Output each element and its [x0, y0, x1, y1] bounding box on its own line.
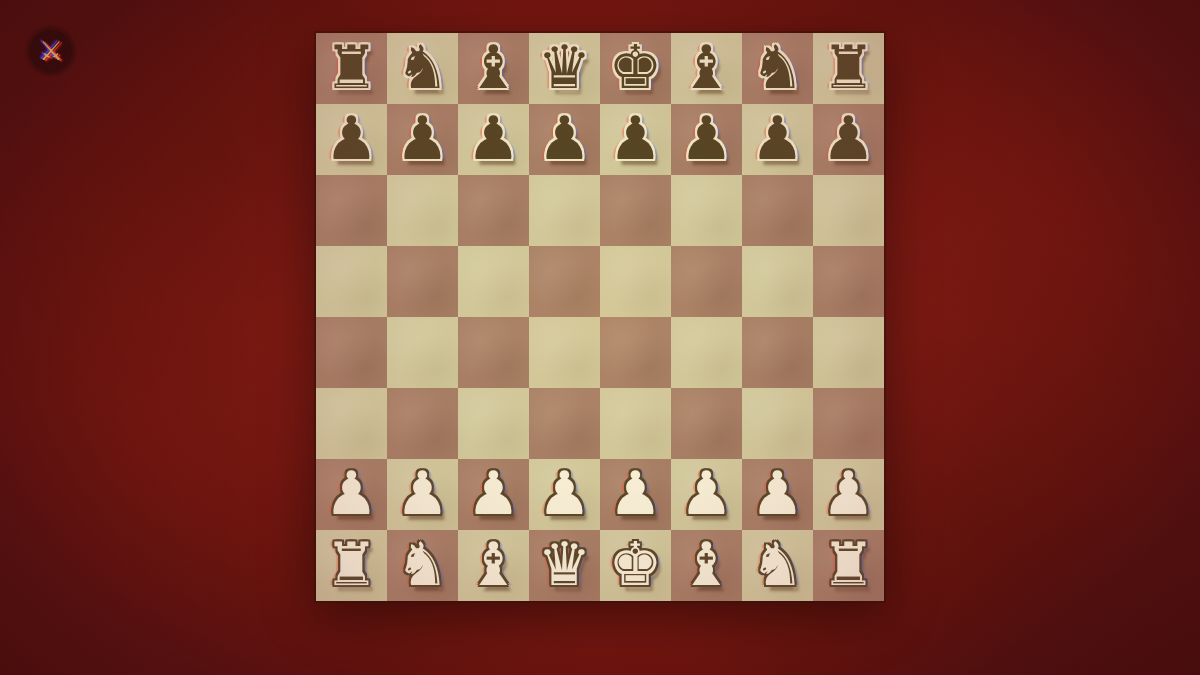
square-d2[interactable]: ♟ [529, 459, 600, 530]
square-c8[interactable]: ♝ [458, 33, 529, 104]
square-d1[interactable]: ♛ [529, 530, 600, 601]
piece-black-king[interactable]: ♚ [609, 37, 663, 97]
square-h7[interactable]: ♟ [813, 104, 884, 175]
square-b3[interactable] [387, 388, 458, 459]
chess-board: ♜♞♝♛♚♝♞♜♟♟♟♟♟♟♟♟♟♟♟♟♟♟♟♟♜♞♝♛♚♝♞♜ [316, 33, 884, 601]
square-g6[interactable] [742, 175, 813, 246]
square-f8[interactable]: ♝ [671, 33, 742, 104]
square-e4[interactable] [600, 317, 671, 388]
piece-white-king[interactable]: ♚ [609, 534, 663, 594]
piece-white-bishop[interactable]: ♝ [680, 534, 734, 594]
square-e7[interactable]: ♟ [600, 104, 671, 175]
piece-white-queen[interactable]: ♛ [538, 534, 592, 594]
square-b1[interactable]: ♞ [387, 530, 458, 601]
square-e1[interactable]: ♚ [600, 530, 671, 601]
square-f3[interactable] [671, 388, 742, 459]
crossed-swords-icon: ⚔ [39, 38, 63, 65]
piece-white-pawn[interactable]: ♟ [325, 463, 379, 523]
square-g7[interactable]: ♟ [742, 104, 813, 175]
square-a5[interactable] [316, 246, 387, 317]
piece-white-pawn[interactable]: ♟ [609, 463, 663, 523]
piece-black-knight[interactable]: ♞ [396, 37, 450, 97]
square-c2[interactable]: ♟ [458, 459, 529, 530]
square-g1[interactable]: ♞ [742, 530, 813, 601]
square-h6[interactable] [813, 175, 884, 246]
square-e5[interactable] [600, 246, 671, 317]
piece-white-bishop[interactable]: ♝ [467, 534, 521, 594]
square-e6[interactable] [600, 175, 671, 246]
square-f6[interactable] [671, 175, 742, 246]
square-c6[interactable] [458, 175, 529, 246]
piece-white-pawn[interactable]: ♟ [396, 463, 450, 523]
square-h2[interactable]: ♟ [813, 459, 884, 530]
square-d3[interactable] [529, 388, 600, 459]
square-f2[interactable]: ♟ [671, 459, 742, 530]
piece-black-pawn[interactable]: ♟ [538, 108, 592, 168]
piece-black-bishop[interactable]: ♝ [680, 37, 734, 97]
piece-white-rook[interactable]: ♜ [325, 534, 379, 594]
square-f7[interactable]: ♟ [671, 104, 742, 175]
square-a3[interactable] [316, 388, 387, 459]
square-g3[interactable] [742, 388, 813, 459]
piece-black-pawn[interactable]: ♟ [467, 108, 521, 168]
piece-black-rook[interactable]: ♜ [822, 37, 876, 97]
piece-black-pawn[interactable]: ♟ [751, 108, 805, 168]
square-d8[interactable]: ♛ [529, 33, 600, 104]
piece-white-knight[interactable]: ♞ [751, 534, 805, 594]
square-h3[interactable] [813, 388, 884, 459]
piece-black-pawn[interactable]: ♟ [609, 108, 663, 168]
square-h8[interactable]: ♜ [813, 33, 884, 104]
square-b5[interactable] [387, 246, 458, 317]
piece-white-pawn[interactable]: ♟ [822, 463, 876, 523]
square-b7[interactable]: ♟ [387, 104, 458, 175]
piece-white-pawn[interactable]: ♟ [680, 463, 734, 523]
square-h5[interactable] [813, 246, 884, 317]
square-g8[interactable]: ♞ [742, 33, 813, 104]
piece-black-knight[interactable]: ♞ [751, 37, 805, 97]
square-f4[interactable] [671, 317, 742, 388]
square-a7[interactable]: ♟ [316, 104, 387, 175]
square-e3[interactable] [600, 388, 671, 459]
square-f1[interactable]: ♝ [671, 530, 742, 601]
piece-black-bishop[interactable]: ♝ [467, 37, 521, 97]
crossed-swords-button[interactable]: ⚔ [24, 24, 78, 78]
piece-black-rook[interactable]: ♜ [325, 37, 379, 97]
square-e2[interactable]: ♟ [600, 459, 671, 530]
square-a8[interactable]: ♜ [316, 33, 387, 104]
piece-white-pawn[interactable]: ♟ [538, 463, 592, 523]
piece-white-pawn[interactable]: ♟ [467, 463, 521, 523]
square-a1[interactable]: ♜ [316, 530, 387, 601]
square-d4[interactable] [529, 317, 600, 388]
square-d6[interactable] [529, 175, 600, 246]
square-f5[interactable] [671, 246, 742, 317]
square-c5[interactable] [458, 246, 529, 317]
square-h1[interactable]: ♜ [813, 530, 884, 601]
square-c3[interactable] [458, 388, 529, 459]
square-c4[interactable] [458, 317, 529, 388]
square-h4[interactable] [813, 317, 884, 388]
piece-black-pawn[interactable]: ♟ [680, 108, 734, 168]
game-scene: ⚔ ♜♞♝♛♚♝♞♜♟♟♟♟♟♟♟♟♟♟♟♟♟♟♟♟♜♞♝♛♚♝♞♜ [0, 0, 1200, 675]
square-c1[interactable]: ♝ [458, 530, 529, 601]
piece-black-pawn[interactable]: ♟ [325, 108, 379, 168]
square-a4[interactable] [316, 317, 387, 388]
square-g4[interactable] [742, 317, 813, 388]
square-e8[interactable]: ♚ [600, 33, 671, 104]
square-d5[interactable] [529, 246, 600, 317]
piece-black-pawn[interactable]: ♟ [822, 108, 876, 168]
square-b6[interactable] [387, 175, 458, 246]
square-b2[interactable]: ♟ [387, 459, 458, 530]
square-a2[interactable]: ♟ [316, 459, 387, 530]
square-a6[interactable] [316, 175, 387, 246]
piece-white-knight[interactable]: ♞ [396, 534, 450, 594]
square-g2[interactable]: ♟ [742, 459, 813, 530]
square-b4[interactable] [387, 317, 458, 388]
piece-white-rook[interactable]: ♜ [822, 534, 876, 594]
square-b8[interactable]: ♞ [387, 33, 458, 104]
piece-black-pawn[interactable]: ♟ [396, 108, 450, 168]
piece-white-pawn[interactable]: ♟ [751, 463, 805, 523]
square-g5[interactable] [742, 246, 813, 317]
square-c7[interactable]: ♟ [458, 104, 529, 175]
piece-black-queen[interactable]: ♛ [538, 37, 592, 97]
square-d7[interactable]: ♟ [529, 104, 600, 175]
